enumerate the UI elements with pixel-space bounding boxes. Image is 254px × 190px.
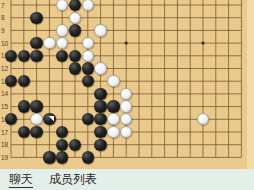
row-label-19: 19 [1, 154, 9, 161]
white-stone-4-10 [43, 37, 55, 49]
black-stone-8-18 [94, 139, 106, 151]
row-label-17: 17 [1, 129, 9, 136]
white-stone-6-8 [69, 12, 81, 24]
black-stone-4-16 [43, 113, 55, 125]
black-stone-9-15 [107, 100, 119, 112]
black-stone-8-17 [94, 126, 106, 138]
white-stone-8-9 [94, 24, 106, 36]
tab-chat[interactable]: 聊天 [9, 172, 33, 188]
white-stone-9-16 [107, 113, 119, 125]
black-stone-3-11 [30, 50, 42, 62]
white-stone-5-9 [56, 24, 68, 36]
black-stone-6-12 [69, 62, 81, 74]
black-stone-7-12 [82, 62, 94, 74]
black-stone-3-8 [30, 12, 42, 24]
black-stone-3-17 [30, 126, 42, 138]
black-stone-1-11 [5, 50, 17, 62]
white-stone-9-13 [107, 75, 119, 87]
row-label-10: 10 [1, 40, 9, 47]
black-stone-6-9 [69, 24, 81, 36]
black-stone-6-18 [69, 139, 81, 151]
white-stone-9-17 [107, 126, 119, 138]
black-stone-4-19 [43, 151, 55, 163]
star-point [125, 42, 128, 45]
black-stone-3-10 [30, 37, 42, 49]
star-point [201, 42, 204, 45]
black-stone-2-17 [18, 126, 30, 138]
white-stone-7-11 [82, 50, 94, 62]
black-stone-2-15 [18, 100, 30, 112]
row-label-14: 14 [1, 90, 9, 97]
white-stone-10-15 [120, 100, 132, 112]
row-label-9: 9 [1, 27, 9, 34]
row-label-15: 15 [1, 103, 9, 110]
black-stone-8-14 [94, 88, 106, 100]
row-label-8: 8 [1, 14, 9, 21]
row-label-12: 12 [1, 65, 9, 72]
last-move-marker-icon [48, 116, 54, 122]
row-label-18: 18 [1, 141, 9, 148]
black-stone-8-15 [94, 100, 106, 112]
white-stone-8-12 [94, 62, 106, 74]
black-stone-2-11 [18, 50, 30, 62]
black-stone-3-15 [30, 100, 42, 112]
board-grid [0, 0, 254, 169]
go-board[interactable]: 78910111213141516171819 [0, 0, 254, 169]
black-stone-6-11 [69, 50, 81, 62]
black-stone-7-19 [82, 151, 94, 163]
tab-member-list[interactable]: 成员列表 [49, 172, 97, 187]
row-label-7: 7 [1, 2, 9, 9]
black-stone-5-19 [56, 151, 68, 163]
bottom-tab-bar: 聊天 成员列表 [0, 169, 254, 190]
go-app-screen: 78910111213141516171819 聊天 成员列表 [0, 0, 254, 190]
